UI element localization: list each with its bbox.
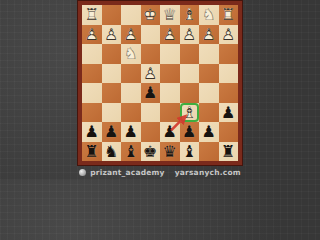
- square-e5: ♟: [141, 83, 161, 103]
- square-d3: [160, 44, 180, 64]
- square-d8: ♛: [160, 142, 180, 162]
- instagram-logo-icon: [79, 169, 86, 176]
- square-c2: ♟♙: [180, 25, 200, 45]
- square-c6: ♝♗: [180, 103, 200, 123]
- caption-bar: prizant_academy yarsanych.com: [0, 165, 320, 179]
- square-h5: [82, 83, 102, 103]
- square-c5: [180, 83, 200, 103]
- square-b2: ♟♙: [199, 25, 219, 45]
- white-n-piece-f3: ♘: [121, 44, 141, 64]
- white-n-piece-b1: ♘: [199, 5, 219, 25]
- caption-site: yarsanych.com: [175, 168, 241, 177]
- highlight-c6: [180, 103, 199, 122]
- square-g4: [102, 64, 122, 84]
- square-c1: ♝♗: [180, 5, 200, 25]
- black-p-piece-f7: ♟: [121, 122, 141, 142]
- video-frame: { "game": "chess", "position": { "fen": …: [0, 0, 320, 180]
- white-k-piece-e1: ♔: [141, 5, 161, 25]
- black-p-piece-a6: ♟: [219, 103, 239, 123]
- square-h2: ♟♙: [82, 25, 102, 45]
- square-e2: [141, 25, 161, 45]
- square-a7: [219, 122, 239, 142]
- square-d7: ♟: [160, 122, 180, 142]
- black-b-piece-f8: ♝: [121, 142, 141, 162]
- black-r-piece-h8: ♜: [82, 142, 102, 162]
- square-g3: [102, 44, 122, 64]
- white-p-piece-d2: ♙: [160, 25, 180, 45]
- black-n-piece-g8: ♞: [102, 142, 122, 162]
- black-p-piece-h7: ♟: [82, 122, 102, 142]
- square-g2: ♟♙: [102, 25, 122, 45]
- square-a3: [219, 44, 239, 64]
- white-p-piece-e4: ♙: [141, 64, 161, 84]
- caption-handle: prizant_academy: [90, 168, 164, 177]
- white-p-piece-a2: ♙: [219, 25, 239, 45]
- square-f7: ♟: [121, 122, 141, 142]
- square-e7: [141, 122, 161, 142]
- square-b7: ♟: [199, 122, 219, 142]
- white-p-piece-c2: ♙: [180, 25, 200, 45]
- square-h7: ♟: [82, 122, 102, 142]
- square-a8: ♜: [219, 142, 239, 162]
- black-p-piece-e5: ♟: [141, 83, 161, 103]
- square-d6: [160, 103, 180, 123]
- square-e8: ♚: [141, 142, 161, 162]
- white-p-piece-h2: ♙: [82, 25, 102, 45]
- black-p-piece-d7: ♟: [160, 122, 180, 142]
- square-h4: [82, 64, 102, 84]
- square-g6: [102, 103, 122, 123]
- white-b-piece-c1: ♗: [180, 5, 200, 25]
- square-g1: [102, 5, 122, 25]
- square-f4: [121, 64, 141, 84]
- square-c3: [180, 44, 200, 64]
- square-h6: [82, 103, 102, 123]
- black-k-piece-e8: ♚: [141, 142, 161, 162]
- square-c8: ♝: [180, 142, 200, 162]
- square-e1: ♚♔: [141, 5, 161, 25]
- square-b5: [199, 83, 219, 103]
- black-b-piece-c8: ♝: [180, 142, 200, 162]
- black-q-piece-d8: ♛: [160, 142, 180, 162]
- black-p-piece-c7: ♟: [180, 122, 200, 142]
- square-e3: [141, 44, 161, 64]
- square-g5: [102, 83, 122, 103]
- square-d4: [160, 64, 180, 84]
- square-f1: [121, 5, 141, 25]
- black-r-piece-a8: ♜: [219, 142, 239, 162]
- square-a1: ♜♖: [219, 5, 239, 25]
- white-p-piece-f2: ♙: [121, 25, 141, 45]
- square-d2: ♟♙: [160, 25, 180, 45]
- white-p-piece-b2: ♙: [199, 25, 219, 45]
- white-b-piece-c6: ♗: [180, 103, 200, 123]
- square-b3: [199, 44, 219, 64]
- square-f2: ♟♙: [121, 25, 141, 45]
- square-b4: [199, 64, 219, 84]
- square-h1: ♜♖: [82, 5, 102, 25]
- white-r-piece-a1: ♖: [219, 5, 239, 25]
- square-e6: [141, 103, 161, 123]
- square-c4: [180, 64, 200, 84]
- chess-board: ♜♖♚♔♛♕♝♗♞♘♜♖♟♙♟♙♟♙♟♙♟♙♟♙♟♙♞♘♟♙♟♝♗♟♟♟♟♟♟♟…: [78, 1, 242, 165]
- square-b1: ♞♘: [199, 5, 219, 25]
- square-a2: ♟♙: [219, 25, 239, 45]
- square-d5: [160, 83, 180, 103]
- square-h3: [82, 44, 102, 64]
- square-f5: [121, 83, 141, 103]
- square-g7: ♟: [102, 122, 122, 142]
- black-p-piece-g7: ♟: [102, 122, 122, 142]
- square-c7: ♟: [180, 122, 200, 142]
- chess-board-grid: ♜♖♚♔♛♕♝♗♞♘♜♖♟♙♟♙♟♙♟♙♟♙♟♙♟♙♞♘♟♙♟♝♗♟♟♟♟♟♟♟…: [82, 5, 238, 161]
- square-a4: [219, 64, 239, 84]
- square-a6: ♟: [219, 103, 239, 123]
- square-f3: ♞♘: [121, 44, 141, 64]
- black-p-piece-b7: ♟: [199, 122, 219, 142]
- white-q-piece-d1: ♕: [160, 5, 180, 25]
- white-r-piece-h1: ♖: [82, 5, 102, 25]
- caption-author: prizant_academy: [79, 168, 164, 177]
- square-f8: ♝: [121, 142, 141, 162]
- square-b8: [199, 142, 219, 162]
- square-e4: ♟♙: [141, 64, 161, 84]
- square-f6: [121, 103, 141, 123]
- square-h8: ♜: [82, 142, 102, 162]
- white-p-piece-g2: ♙: [102, 25, 122, 45]
- square-b6: [199, 103, 219, 123]
- square-a5: [219, 83, 239, 103]
- square-g8: ♞: [102, 142, 122, 162]
- square-d1: ♛♕: [160, 5, 180, 25]
